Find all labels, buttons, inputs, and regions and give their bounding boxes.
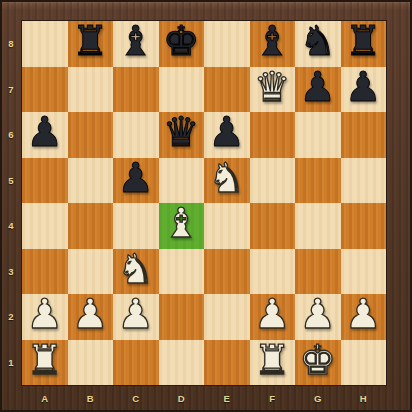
rank-label-2: 2 <box>0 294 22 340</box>
square-d3[interactable] <box>159 249 205 295</box>
square-h2[interactable]: ♟ <box>341 294 387 340</box>
square-a7[interactable] <box>22 67 68 113</box>
square-e5[interactable]: ♞ <box>204 158 250 204</box>
square-f5[interactable] <box>250 158 296 204</box>
chess-board-frame: ♜♝♚♝♞♜♛♟♟♟♛♟♟♞♝♞♟♟♟♟♟♟♜♜♚ 87654321 ABCDE… <box>0 0 412 412</box>
square-c5[interactable]: ♟ <box>113 158 159 204</box>
square-f1[interactable]: ♜ <box>250 340 296 386</box>
square-b2[interactable]: ♟ <box>68 294 114 340</box>
piece-white-queen-f7[interactable]: ♛ <box>254 67 291 111</box>
square-c3[interactable]: ♞ <box>113 249 159 295</box>
square-b3[interactable] <box>68 249 114 295</box>
square-h1[interactable] <box>341 340 387 386</box>
square-f8[interactable]: ♝ <box>250 21 296 67</box>
square-a1[interactable]: ♜ <box>22 340 68 386</box>
square-h5[interactable] <box>341 158 387 204</box>
square-f7[interactable]: ♛ <box>250 67 296 113</box>
square-g2[interactable]: ♟ <box>295 294 341 340</box>
piece-black-knight-g8[interactable]: ♞ <box>299 21 336 65</box>
piece-black-bishop-c8[interactable]: ♝ <box>117 21 154 65</box>
board-grid: ♜♝♚♝♞♜♛♟♟♟♛♟♟♞♝♞♟♟♟♟♟♟♜♜♚ <box>22 21 386 385</box>
square-e4[interactable] <box>204 203 250 249</box>
square-d8[interactable]: ♚ <box>159 21 205 67</box>
rank-label-4: 4 <box>0 203 22 249</box>
rank-label-1: 1 <box>0 340 22 386</box>
piece-white-pawn-f2[interactable]: ♟ <box>254 294 291 338</box>
piece-black-pawn-e6[interactable]: ♟ <box>208 112 245 156</box>
square-a4[interactable] <box>22 203 68 249</box>
file-label-c: C <box>113 385 159 412</box>
square-d6[interactable]: ♛ <box>159 112 205 158</box>
file-label-h: H <box>341 385 387 412</box>
rank-label-7: 7 <box>0 67 22 113</box>
square-b5[interactable] <box>68 158 114 204</box>
piece-white-knight-e5[interactable]: ♞ <box>208 158 245 202</box>
square-d4[interactable]: ♝ <box>159 203 205 249</box>
square-h8[interactable]: ♜ <box>341 21 387 67</box>
rank-label-8: 8 <box>0 21 22 67</box>
square-b4[interactable] <box>68 203 114 249</box>
piece-black-pawn-g7[interactable]: ♟ <box>299 67 336 111</box>
square-c2[interactable]: ♟ <box>113 294 159 340</box>
rank-label-3: 3 <box>0 249 22 295</box>
square-g1[interactable]: ♚ <box>295 340 341 386</box>
square-b7[interactable] <box>68 67 114 113</box>
square-h4[interactable] <box>341 203 387 249</box>
square-a6[interactable]: ♟ <box>22 112 68 158</box>
square-f2[interactable]: ♟ <box>250 294 296 340</box>
square-g7[interactable]: ♟ <box>295 67 341 113</box>
piece-white-rook-f1[interactable]: ♜ <box>254 340 291 384</box>
file-label-g: G <box>295 385 341 412</box>
square-e1[interactable] <box>204 340 250 386</box>
piece-white-pawn-b2[interactable]: ♟ <box>72 294 109 338</box>
square-d7[interactable] <box>159 67 205 113</box>
square-h6[interactable] <box>341 112 387 158</box>
square-d5[interactable] <box>159 158 205 204</box>
piece-white-pawn-g2[interactable]: ♟ <box>299 294 336 338</box>
square-e8[interactable] <box>204 21 250 67</box>
square-h7[interactable]: ♟ <box>341 67 387 113</box>
piece-black-pawn-h7[interactable]: ♟ <box>345 67 382 111</box>
square-c4[interactable] <box>113 203 159 249</box>
file-label-d: D <box>159 385 205 412</box>
piece-white-pawn-a2[interactable]: ♟ <box>26 294 63 338</box>
square-d1[interactable] <box>159 340 205 386</box>
square-g6[interactable] <box>295 112 341 158</box>
piece-white-pawn-c2[interactable]: ♟ <box>117 294 154 338</box>
piece-black-queen-d6[interactable]: ♛ <box>163 112 200 156</box>
square-f3[interactable] <box>250 249 296 295</box>
piece-white-rook-a1[interactable]: ♜ <box>26 340 63 384</box>
square-g4[interactable] <box>295 203 341 249</box>
square-g5[interactable] <box>295 158 341 204</box>
square-f6[interactable] <box>250 112 296 158</box>
square-f4[interactable] <box>250 203 296 249</box>
square-b6[interactable] <box>68 112 114 158</box>
square-a8[interactable] <box>22 21 68 67</box>
square-a3[interactable] <box>22 249 68 295</box>
file-labels: ABCDEFGH <box>22 385 386 412</box>
piece-black-king-d8[interactable]: ♚ <box>163 21 200 65</box>
piece-white-king-g1[interactable]: ♚ <box>299 340 336 384</box>
square-h3[interactable] <box>341 249 387 295</box>
square-g8[interactable]: ♞ <box>295 21 341 67</box>
square-b8[interactable]: ♜ <box>68 21 114 67</box>
rank-label-6: 6 <box>0 112 22 158</box>
square-a2[interactable]: ♟ <box>22 294 68 340</box>
square-d2[interactable] <box>159 294 205 340</box>
square-c8[interactable]: ♝ <box>113 21 159 67</box>
square-e7[interactable] <box>204 67 250 113</box>
rank-labels: 87654321 <box>0 21 22 385</box>
rank-label-5: 5 <box>0 158 22 204</box>
file-label-f: F <box>250 385 296 412</box>
square-b1[interactable] <box>68 340 114 386</box>
square-e3[interactable] <box>204 249 250 295</box>
file-label-e: E <box>204 385 250 412</box>
square-c7[interactable] <box>113 67 159 113</box>
piece-white-bishop-d4[interactable]: ♝ <box>163 203 200 247</box>
square-a5[interactable] <box>22 158 68 204</box>
piece-black-rook-b8[interactable]: ♜ <box>72 21 109 65</box>
file-label-b: B <box>68 385 114 412</box>
square-c1[interactable] <box>113 340 159 386</box>
square-e6[interactable]: ♟ <box>204 112 250 158</box>
square-e2[interactable] <box>204 294 250 340</box>
piece-black-pawn-a6[interactable]: ♟ <box>26 112 63 156</box>
square-c6[interactable] <box>113 112 159 158</box>
square-g3[interactable] <box>295 249 341 295</box>
piece-black-rook-h8[interactable]: ♜ <box>345 21 382 65</box>
file-label-a: A <box>22 385 68 412</box>
piece-white-pawn-h2[interactable]: ♟ <box>345 294 382 338</box>
piece-black-bishop-f8[interactable]: ♝ <box>254 21 291 65</box>
piece-white-knight-c3[interactable]: ♞ <box>117 249 154 293</box>
piece-black-pawn-c5[interactable]: ♟ <box>117 158 154 202</box>
